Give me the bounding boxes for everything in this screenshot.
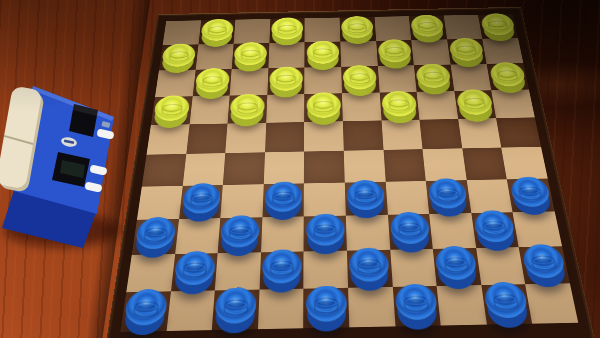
square-r1c6[interactable]: ⛀ bbox=[340, 17, 376, 42]
blue-piece[interactable]: ⛂ bbox=[349, 248, 390, 283]
square-r10c9[interactable]: ⛂ bbox=[481, 284, 532, 324]
photo-scene: ⛀⛀⛀⛀⛀⛀⛀⛀⛀⛀⛀⛀⛀⛀⛀⛀⛀⛀⛀⛀⛂⛂⛂⛂⛂⛂⛂⛂⛂⛂⛂⛂⛂⛂⛂⛂⛂⛂⛂⛂ bbox=[0, 0, 600, 338]
blue-piece[interactable]: ⛂ bbox=[509, 177, 552, 208]
square-r10c1[interactable]: ⛂ bbox=[120, 291, 170, 332]
square-r1c7 bbox=[374, 16, 411, 41]
square-r5c3 bbox=[225, 123, 266, 153]
square-r6c5[interactable] bbox=[304, 151, 345, 183]
board-perspective-wrapper: ⛀⛀⛀⛀⛀⛀⛀⛀⛀⛀⛀⛀⛀⛀⛀⛀⛀⛀⛀⛀⛂⛂⛂⛂⛂⛂⛂⛂⛂⛂⛂⛂⛂⛂⛂⛂⛂⛂⛂⛂ bbox=[94, 0, 596, 338]
yellow-piece[interactable]: ⛀ bbox=[449, 37, 485, 61]
square-r5c1 bbox=[146, 125, 189, 155]
square-r9c2[interactable]: ⛂ bbox=[171, 253, 218, 291]
blue-piece[interactable]: ⛂ bbox=[306, 214, 345, 247]
draughts-board: ⛀⛀⛀⛀⛀⛀⛀⛀⛀⛀⛀⛀⛀⛀⛀⛀⛀⛀⛀⛀⛂⛂⛂⛂⛂⛂⛂⛂⛂⛂⛂⛂⛂⛂⛂⛂⛂⛂⛂⛂ bbox=[104, 7, 596, 338]
square-r5c7 bbox=[381, 120, 422, 150]
square-r6c7[interactable] bbox=[383, 149, 426, 181]
board-grid: ⛀⛀⛀⛀⛀⛀⛀⛀⛀⛀⛀⛀⛀⛀⛀⛀⛀⛀⛀⛀⛂⛂⛂⛂⛂⛂⛂⛂⛂⛂⛂⛂⛂⛂⛂⛂⛂⛂⛂⛂ bbox=[120, 14, 578, 332]
square-r1c1 bbox=[163, 20, 201, 45]
board-scene: ⛀⛀⛀⛀⛀⛀⛀⛀⛀⛀⛀⛀⛀⛀⛀⛀⛀⛀⛀⛀⛂⛂⛂⛂⛂⛂⛂⛂⛂⛂⛂⛂⛂⛂⛂⛂⛂⛂⛂⛂ bbox=[94, 0, 596, 338]
square-r9c7 bbox=[390, 249, 437, 287]
square-r2c9[interactable]: ⛀ bbox=[447, 39, 487, 65]
square-r6c10 bbox=[502, 147, 548, 179]
square-r10c4 bbox=[258, 289, 304, 330]
yellow-piece[interactable]: ⛀ bbox=[306, 40, 339, 64]
yellow-piece[interactable]: ⛀ bbox=[341, 16, 374, 38]
square-r6c8 bbox=[423, 149, 467, 181]
square-r5c9 bbox=[458, 118, 502, 148]
blue-piece[interactable]: ⛂ bbox=[262, 249, 302, 284]
square-r4c3[interactable]: ⛀ bbox=[228, 95, 268, 124]
yellow-piece[interactable]: ⛀ bbox=[234, 42, 268, 66]
yellow-piece[interactable]: ⛀ bbox=[200, 18, 234, 40]
blue-piece[interactable]: ⛂ bbox=[306, 286, 347, 323]
square-r8c9[interactable]: ⛂ bbox=[471, 212, 519, 248]
square-r9c10[interactable]: ⛂ bbox=[519, 246, 570, 284]
square-r4c8 bbox=[417, 91, 458, 120]
blue-piece[interactable]: ⛂ bbox=[124, 289, 169, 326]
square-r1c10[interactable]: ⛀ bbox=[478, 14, 518, 39]
square-r7c4[interactable]: ⛂ bbox=[262, 183, 304, 217]
square-r1c5 bbox=[305, 18, 341, 43]
yellow-piece[interactable]: ⛀ bbox=[230, 94, 266, 120]
square-r9c8[interactable]: ⛂ bbox=[433, 248, 481, 286]
square-r1c2[interactable]: ⛀ bbox=[198, 20, 235, 45]
square-r7c8[interactable]: ⛂ bbox=[426, 180, 471, 214]
square-r8c8 bbox=[429, 213, 476, 249]
square-r4c5[interactable]: ⛀ bbox=[304, 93, 342, 122]
blue-piece[interactable]: ⛂ bbox=[435, 246, 478, 280]
blue-piece[interactable]: ⛂ bbox=[220, 215, 260, 248]
square-r7c3 bbox=[220, 184, 263, 218]
square-r10c8 bbox=[437, 285, 487, 325]
blue-piece[interactable]: ⛂ bbox=[173, 251, 215, 286]
yellow-piece[interactable]: ⛀ bbox=[343, 65, 377, 90]
yellow-piece[interactable]: ⛀ bbox=[381, 91, 417, 117]
square-r8c5[interactable]: ⛂ bbox=[304, 215, 347, 251]
square-r2c8 bbox=[411, 39, 450, 65]
blue-piece[interactable]: ⛂ bbox=[265, 181, 303, 212]
square-r5c8[interactable] bbox=[420, 119, 463, 149]
yellow-piece[interactable]: ⛀ bbox=[411, 14, 445, 36]
yellow-piece[interactable]: ⛀ bbox=[480, 13, 516, 35]
game-clock bbox=[0, 80, 130, 255]
square-r3c3 bbox=[230, 68, 268, 95]
square-r5c10[interactable] bbox=[496, 118, 541, 148]
square-r5c4[interactable] bbox=[265, 122, 305, 152]
square-r8c1[interactable]: ⛂ bbox=[132, 219, 179, 255]
yellow-piece[interactable]: ⛀ bbox=[456, 89, 494, 115]
square-r7c2[interactable]: ⛂ bbox=[179, 185, 223, 219]
square-r1c3 bbox=[234, 19, 271, 44]
square-r10c7[interactable]: ⛂ bbox=[392, 286, 440, 326]
yellow-piece[interactable]: ⛀ bbox=[271, 17, 303, 39]
square-r1c9 bbox=[444, 15, 483, 40]
square-r7c5 bbox=[304, 182, 346, 216]
square-r7c1 bbox=[137, 186, 182, 220]
square-r2c4 bbox=[268, 42, 305, 68]
square-r3c5 bbox=[305, 67, 342, 94]
yellow-piece[interactable]: ⛀ bbox=[269, 66, 303, 91]
square-r5c5 bbox=[304, 121, 343, 151]
blue-piece[interactable]: ⛂ bbox=[215, 287, 258, 324]
square-r8c6 bbox=[346, 215, 390, 251]
yellow-piece[interactable]: ⛀ bbox=[488, 62, 526, 87]
square-r10c10 bbox=[526, 283, 579, 323]
square-r7c6[interactable]: ⛂ bbox=[345, 181, 388, 215]
square-r3c10[interactable]: ⛀ bbox=[487, 63, 529, 90]
square-r5c2[interactable] bbox=[186, 124, 228, 154]
square-r2c2 bbox=[195, 44, 233, 70]
square-r2c3[interactable]: ⛀ bbox=[232, 43, 269, 69]
square-r6c9[interactable] bbox=[462, 148, 507, 180]
yellow-piece[interactable]: ⛀ bbox=[161, 43, 196, 67]
square-r2c1[interactable]: ⛀ bbox=[159, 44, 198, 70]
square-r10c5[interactable]: ⛂ bbox=[304, 288, 350, 329]
square-r3c4[interactable]: ⛀ bbox=[267, 68, 305, 95]
square-r6c3[interactable] bbox=[223, 153, 265, 185]
square-r7c7 bbox=[385, 181, 429, 215]
blue-piece[interactable]: ⛂ bbox=[347, 180, 385, 211]
blue-piece[interactable]: ⛂ bbox=[428, 178, 469, 209]
blue-piece[interactable]: ⛂ bbox=[135, 217, 177, 250]
square-r8c2 bbox=[175, 218, 221, 254]
square-r4c7[interactable]: ⛀ bbox=[379, 92, 419, 121]
square-r7c10[interactable]: ⛂ bbox=[507, 178, 555, 212]
square-r3c8[interactable]: ⛀ bbox=[414, 65, 454, 92]
square-r2c10 bbox=[482, 38, 523, 64]
square-r9c9 bbox=[476, 247, 526, 285]
square-r2c7[interactable]: ⛀ bbox=[376, 40, 414, 66]
blue-piece[interactable]: ⛂ bbox=[473, 210, 516, 242]
square-r2c6 bbox=[340, 41, 377, 67]
square-r5c6[interactable] bbox=[343, 121, 383, 151]
square-r4c4 bbox=[266, 94, 305, 123]
square-r4c2 bbox=[189, 96, 230, 125]
square-r9c5 bbox=[304, 250, 348, 288]
square-r1c4[interactable]: ⛀ bbox=[269, 18, 305, 43]
square-r2c5[interactable]: ⛀ bbox=[305, 42, 341, 68]
square-r9c1 bbox=[126, 254, 175, 292]
square-r4c9[interactable]: ⛀ bbox=[454, 90, 496, 119]
square-r6c1[interactable] bbox=[142, 154, 186, 186]
blue-piece[interactable]: ⛂ bbox=[390, 212, 431, 244]
square-r3c6[interactable]: ⛀ bbox=[341, 66, 379, 93]
square-r10c6 bbox=[348, 287, 395, 328]
square-r3c1 bbox=[155, 70, 195, 97]
square-r9c3 bbox=[215, 252, 261, 290]
square-r1c8[interactable]: ⛀ bbox=[409, 15, 447, 40]
blue-piece[interactable]: ⛂ bbox=[483, 282, 529, 319]
yellow-piece[interactable]: ⛀ bbox=[306, 92, 340, 118]
yellow-piece[interactable]: ⛀ bbox=[153, 95, 190, 121]
square-r10c3[interactable]: ⛂ bbox=[212, 289, 259, 330]
square-r3c7 bbox=[378, 65, 417, 92]
square-r6c4 bbox=[264, 152, 305, 184]
square-r8c10 bbox=[513, 211, 562, 247]
blue-piece[interactable]: ⛂ bbox=[521, 244, 567, 278]
yellow-piece[interactable]: ⛀ bbox=[416, 63, 452, 88]
square-r4c10 bbox=[492, 90, 535, 119]
square-r9c6[interactable]: ⛂ bbox=[347, 250, 393, 288]
square-r4c1[interactable]: ⛀ bbox=[151, 96, 193, 125]
blue-piece[interactable]: ⛂ bbox=[181, 183, 221, 214]
blue-piece[interactable]: ⛂ bbox=[394, 284, 438, 321]
square-r8c3[interactable]: ⛂ bbox=[218, 217, 262, 253]
square-r8c7[interactable]: ⛂ bbox=[388, 214, 433, 250]
square-r6c2 bbox=[182, 153, 225, 185]
yellow-piece[interactable]: ⛀ bbox=[378, 39, 412, 63]
square-r3c2[interactable]: ⛀ bbox=[192, 69, 231, 96]
square-r6c6 bbox=[344, 150, 386, 182]
yellow-piece[interactable]: ⛀ bbox=[195, 68, 230, 93]
square-r10c2 bbox=[166, 290, 215, 331]
square-r3c9 bbox=[450, 64, 491, 91]
square-r7c9 bbox=[467, 179, 513, 213]
square-r9c4[interactable]: ⛂ bbox=[259, 251, 304, 289]
square-r8c4 bbox=[261, 216, 304, 252]
square-r4c6 bbox=[342, 93, 381, 122]
